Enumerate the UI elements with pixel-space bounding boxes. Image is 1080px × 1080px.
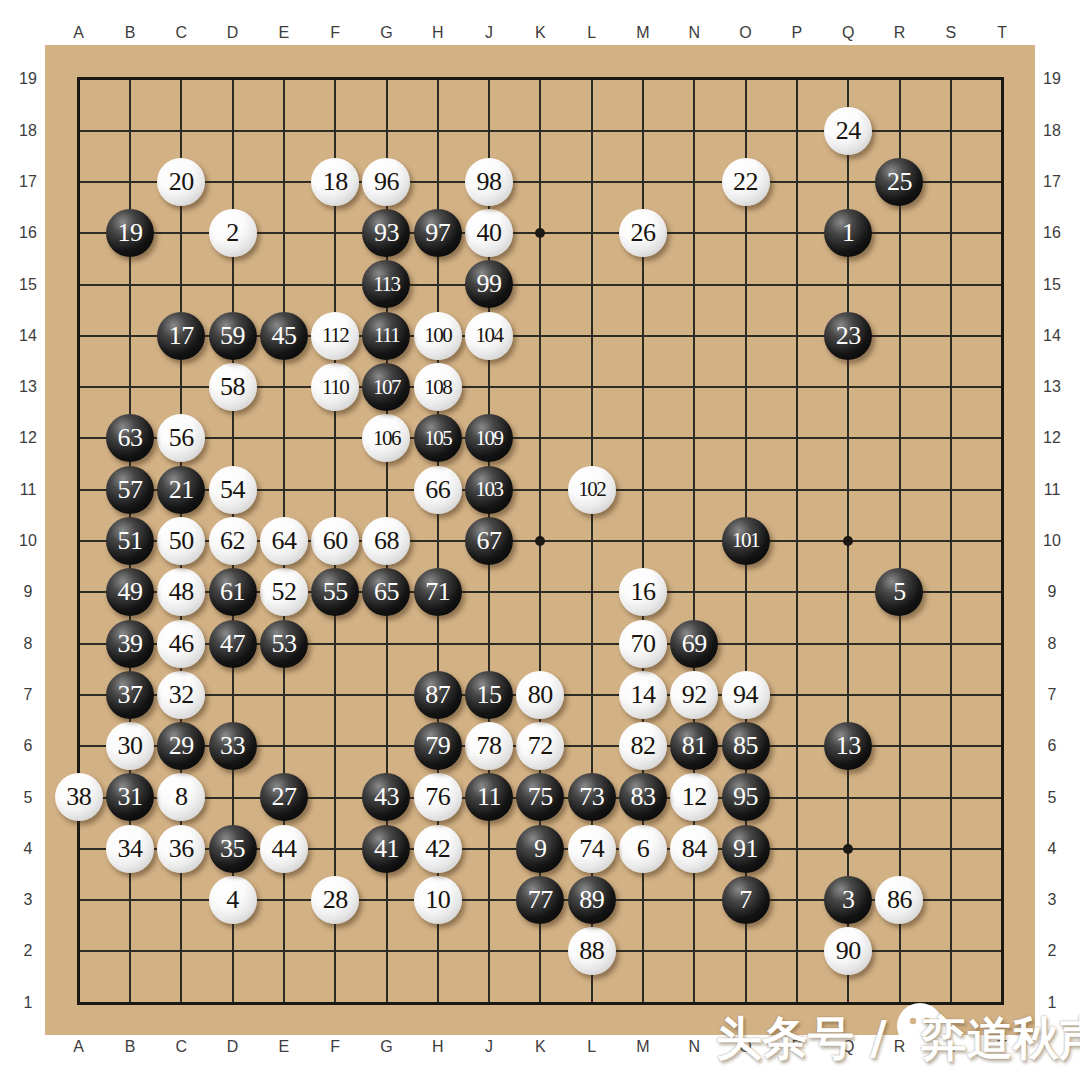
stone-white-50: 50 bbox=[157, 517, 205, 565]
col-label-top: N bbox=[689, 25, 701, 41]
stone-black-73: 73 bbox=[568, 773, 616, 821]
stone-white-80: 80 bbox=[516, 671, 564, 719]
stone-black-93: 93 bbox=[362, 209, 410, 257]
go-diagram-page: 1234567891011121314151617181920212223242… bbox=[0, 0, 1080, 1080]
move-number: 31 bbox=[117, 784, 142, 810]
stone-white-94: 94 bbox=[722, 671, 770, 719]
row-label-right: 2 bbox=[1048, 943, 1057, 959]
move-number: 111 bbox=[374, 325, 399, 346]
move-number: 71 bbox=[425, 579, 450, 605]
stone-white-4: 4 bbox=[209, 876, 257, 924]
row-label-right: 11 bbox=[1044, 482, 1061, 498]
stone-white-96: 96 bbox=[362, 158, 410, 206]
stone-black-5: 5 bbox=[875, 568, 923, 616]
move-number: 98 bbox=[477, 169, 502, 195]
watermark: 头条号 / 弈道秋声 bbox=[716, 1004, 1080, 1074]
move-number: 65 bbox=[374, 579, 399, 605]
col-label-top: Q bbox=[842, 25, 854, 41]
stone-black-91: 91 bbox=[722, 825, 770, 873]
move-number: 50 bbox=[169, 528, 194, 554]
stone-black-37: 37 bbox=[106, 671, 154, 719]
stone-white-48: 48 bbox=[157, 568, 205, 616]
move-number: 108 bbox=[424, 377, 451, 398]
move-number: 93 bbox=[374, 220, 399, 246]
row-label-right: 5 bbox=[1048, 790, 1057, 806]
row-label-right: 3 bbox=[1048, 892, 1057, 908]
row-label-right: 13 bbox=[1043, 379, 1061, 395]
move-number: 5 bbox=[893, 579, 906, 605]
move-number: 84 bbox=[682, 836, 707, 862]
move-number: 61 bbox=[220, 579, 245, 605]
row-label-left: 18 bbox=[19, 123, 37, 139]
stone-white-84: 84 bbox=[670, 825, 718, 873]
move-number: 43 bbox=[374, 784, 399, 810]
move-number: 17 bbox=[169, 323, 194, 349]
watermark-text-left: 头条号 / bbox=[716, 1008, 887, 1070]
stone-black-11: 11 bbox=[465, 773, 513, 821]
move-number: 72 bbox=[528, 733, 553, 759]
move-number: 12 bbox=[682, 784, 707, 810]
move-number: 85 bbox=[733, 733, 758, 759]
move-number: 74 bbox=[579, 836, 604, 862]
move-number: 73 bbox=[579, 784, 604, 810]
stone-white-46: 46 bbox=[157, 620, 205, 668]
col-label-top: P bbox=[792, 25, 803, 41]
move-number: 34 bbox=[117, 836, 142, 862]
stone-black-1: 1 bbox=[824, 209, 872, 257]
move-number: 51 bbox=[117, 528, 142, 554]
row-label-right: 19 bbox=[1043, 71, 1061, 87]
row-label-right: 14 bbox=[1043, 328, 1061, 344]
stone-black-63: 63 bbox=[106, 414, 154, 462]
move-number: 69 bbox=[682, 631, 707, 657]
stone-black-113: 113 bbox=[362, 260, 410, 308]
stone-white-68: 68 bbox=[362, 517, 410, 565]
move-number: 25 bbox=[887, 169, 912, 195]
stone-white-74: 74 bbox=[568, 825, 616, 873]
stone-black-3: 3 bbox=[824, 876, 872, 924]
col-label-top: G bbox=[380, 25, 392, 41]
move-number: 104 bbox=[476, 325, 503, 346]
stone-white-110: 110 bbox=[311, 363, 359, 411]
stone-white-24: 24 bbox=[824, 107, 872, 155]
col-label-top: B bbox=[125, 25, 136, 41]
move-number: 1 bbox=[842, 220, 855, 246]
stone-white-42: 42 bbox=[414, 825, 462, 873]
row-label-right: 17 bbox=[1043, 174, 1061, 190]
col-label-bottom: E bbox=[279, 1039, 290, 1055]
row-label-left: 11 bbox=[20, 482, 37, 498]
stone-white-10: 10 bbox=[414, 876, 462, 924]
move-number: 99 bbox=[477, 271, 502, 297]
stone-white-54: 54 bbox=[209, 466, 257, 514]
stone-black-83: 83 bbox=[619, 773, 667, 821]
move-number: 21 bbox=[169, 477, 194, 503]
stone-white-22: 22 bbox=[722, 158, 770, 206]
move-number: 60 bbox=[323, 528, 348, 554]
col-label-bottom: J bbox=[485, 1039, 493, 1055]
stone-white-20: 20 bbox=[157, 158, 205, 206]
col-label-bottom: F bbox=[330, 1039, 340, 1055]
stone-white-60: 60 bbox=[311, 517, 359, 565]
move-number: 90 bbox=[836, 938, 861, 964]
move-number: 88 bbox=[579, 938, 604, 964]
row-label-left: 2 bbox=[24, 943, 33, 959]
stone-black-41: 41 bbox=[362, 825, 410, 873]
col-label-bottom: M bbox=[636, 1039, 649, 1055]
stone-white-88: 88 bbox=[568, 927, 616, 975]
stone-black-53: 53 bbox=[260, 620, 308, 668]
stone-black-21: 21 bbox=[157, 466, 205, 514]
move-number: 95 bbox=[733, 784, 758, 810]
move-number: 77 bbox=[528, 887, 553, 913]
move-number: 48 bbox=[169, 579, 194, 605]
move-number: 81 bbox=[682, 733, 707, 759]
stone-black-17: 17 bbox=[157, 312, 205, 360]
move-number: 80 bbox=[528, 682, 553, 708]
stone-white-82: 82 bbox=[619, 722, 667, 770]
stone-white-102: 102 bbox=[568, 466, 616, 514]
row-label-left: 14 bbox=[19, 328, 37, 344]
col-label-bottom: B bbox=[125, 1039, 136, 1055]
stone-white-62: 62 bbox=[209, 517, 257, 565]
stone-black-69: 69 bbox=[670, 620, 718, 668]
stone-black-71: 71 bbox=[414, 568, 462, 616]
col-label-top: F bbox=[330, 25, 340, 41]
stone-black-65: 65 bbox=[362, 568, 410, 616]
row-label-left: 4 bbox=[24, 841, 33, 857]
stone-black-27: 27 bbox=[260, 773, 308, 821]
stone-black-57: 57 bbox=[106, 466, 154, 514]
stone-white-8: 8 bbox=[157, 773, 205, 821]
move-number: 102 bbox=[578, 479, 605, 500]
stone-black-19: 19 bbox=[106, 209, 154, 257]
col-label-top: S bbox=[945, 25, 956, 41]
stone-black-61: 61 bbox=[209, 568, 257, 616]
row-label-right: 15 bbox=[1043, 277, 1061, 293]
stone-white-104: 104 bbox=[465, 312, 513, 360]
move-number: 20 bbox=[169, 169, 194, 195]
row-label-left: 8 bbox=[24, 636, 33, 652]
col-label-top: L bbox=[587, 25, 596, 41]
move-number: 94 bbox=[733, 682, 758, 708]
move-number: 42 bbox=[425, 836, 450, 862]
row-label-left: 3 bbox=[24, 892, 33, 908]
stone-white-76: 76 bbox=[414, 773, 462, 821]
row-label-left: 10 bbox=[19, 533, 37, 549]
move-number: 41 bbox=[374, 836, 399, 862]
stone-white-14: 14 bbox=[619, 671, 667, 719]
stone-black-101: 101 bbox=[722, 517, 770, 565]
stone-black-75: 75 bbox=[516, 773, 564, 821]
row-label-right: 9 bbox=[1048, 584, 1057, 600]
move-number: 11 bbox=[477, 784, 501, 810]
move-number: 6 bbox=[637, 836, 650, 862]
move-number: 64 bbox=[271, 528, 296, 554]
stone-white-66: 66 bbox=[414, 466, 462, 514]
move-number: 27 bbox=[271, 784, 296, 810]
row-label-right: 12 bbox=[1043, 430, 1061, 446]
move-number: 55 bbox=[323, 579, 348, 605]
stone-white-70: 70 bbox=[619, 620, 667, 668]
stone-white-108: 108 bbox=[414, 363, 462, 411]
move-number: 36 bbox=[169, 836, 194, 862]
move-number: 44 bbox=[271, 836, 296, 862]
col-label-top: A bbox=[73, 25, 84, 41]
stone-black-15: 15 bbox=[465, 671, 513, 719]
stone-white-100: 100 bbox=[414, 312, 462, 360]
row-label-left: 6 bbox=[24, 738, 33, 754]
move-number: 100 bbox=[424, 325, 451, 346]
stone-black-87: 87 bbox=[414, 671, 462, 719]
col-label-bottom: L bbox=[587, 1039, 596, 1055]
move-number: 107 bbox=[373, 377, 400, 398]
move-number: 22 bbox=[733, 169, 758, 195]
col-label-top: H bbox=[432, 25, 444, 41]
stone-black-67: 67 bbox=[465, 517, 513, 565]
move-number: 57 bbox=[117, 477, 142, 503]
stone-black-109: 109 bbox=[465, 414, 513, 462]
col-label-bottom: H bbox=[432, 1039, 444, 1055]
col-label-top: C bbox=[176, 25, 188, 41]
row-label-left: 15 bbox=[19, 277, 37, 293]
stone-white-32: 32 bbox=[157, 671, 205, 719]
stone-black-13: 13 bbox=[824, 722, 872, 770]
stone-black-35: 35 bbox=[209, 825, 257, 873]
stone-white-26: 26 bbox=[619, 209, 667, 257]
stone-white-18: 18 bbox=[311, 158, 359, 206]
stone-white-90: 90 bbox=[824, 927, 872, 975]
col-label-top: T bbox=[997, 25, 1007, 41]
watermark-text-right: 弈道秋声 bbox=[921, 1008, 1080, 1070]
move-number: 92 bbox=[682, 682, 707, 708]
col-label-top: O bbox=[739, 25, 751, 41]
move-number: 62 bbox=[220, 528, 245, 554]
move-number: 70 bbox=[630, 631, 655, 657]
move-number: 19 bbox=[117, 220, 142, 246]
stone-black-25: 25 bbox=[875, 158, 923, 206]
move-number: 67 bbox=[477, 528, 502, 554]
row-label-left: 1 bbox=[24, 995, 33, 1011]
row-label-right: 16 bbox=[1043, 225, 1061, 241]
stone-black-49: 49 bbox=[106, 568, 154, 616]
move-number: 40 bbox=[477, 220, 502, 246]
stone-white-2: 2 bbox=[209, 209, 257, 257]
stone-black-89: 89 bbox=[568, 876, 616, 924]
move-number: 2 bbox=[226, 220, 239, 246]
stone-black-105: 105 bbox=[414, 414, 462, 462]
stone-black-23: 23 bbox=[824, 312, 872, 360]
row-label-left: 9 bbox=[24, 584, 33, 600]
stone-white-38: 38 bbox=[55, 773, 103, 821]
row-label-right: 8 bbox=[1048, 636, 1057, 652]
move-number: 37 bbox=[117, 682, 142, 708]
row-label-left: 7 bbox=[24, 687, 33, 703]
stone-white-98: 98 bbox=[465, 158, 513, 206]
stone-white-36: 36 bbox=[157, 825, 205, 873]
stone-black-29: 29 bbox=[157, 722, 205, 770]
stone-white-72: 72 bbox=[516, 722, 564, 770]
stone-black-33: 33 bbox=[209, 722, 257, 770]
move-number: 14 bbox=[630, 682, 655, 708]
stone-white-56: 56 bbox=[157, 414, 205, 462]
row-label-left: 12 bbox=[19, 430, 37, 446]
stone-black-31: 31 bbox=[106, 773, 154, 821]
move-number: 47 bbox=[220, 631, 245, 657]
move-number: 63 bbox=[117, 425, 142, 451]
move-number: 39 bbox=[117, 631, 142, 657]
move-number: 46 bbox=[169, 631, 194, 657]
stone-white-52: 52 bbox=[260, 568, 308, 616]
stone-black-103: 103 bbox=[465, 466, 513, 514]
move-number: 109 bbox=[476, 428, 503, 449]
move-number: 16 bbox=[630, 579, 655, 605]
stone-white-12: 12 bbox=[670, 773, 718, 821]
col-label-top: E bbox=[279, 25, 290, 41]
row-label-left: 17 bbox=[19, 174, 37, 190]
stone-black-45: 45 bbox=[260, 312, 308, 360]
stone-black-79: 79 bbox=[414, 722, 462, 770]
move-number: 66 bbox=[425, 477, 450, 503]
stone-black-107: 107 bbox=[362, 363, 410, 411]
stone-black-47: 47 bbox=[209, 620, 257, 668]
stone-black-81: 81 bbox=[670, 722, 718, 770]
stone-black-97: 97 bbox=[414, 209, 462, 257]
row-label-left: 5 bbox=[24, 790, 33, 806]
stone-white-28: 28 bbox=[311, 876, 359, 924]
stone-black-51: 51 bbox=[106, 517, 154, 565]
move-number: 33 bbox=[220, 733, 245, 759]
stone-white-58: 58 bbox=[209, 363, 257, 411]
stone-white-44: 44 bbox=[260, 825, 308, 873]
move-number: 78 bbox=[477, 733, 502, 759]
move-number: 91 bbox=[733, 836, 758, 862]
move-number: 35 bbox=[220, 836, 245, 862]
move-number: 54 bbox=[220, 477, 245, 503]
move-number: 45 bbox=[271, 323, 296, 349]
stone-white-40: 40 bbox=[465, 209, 513, 257]
stone-white-106: 106 bbox=[362, 414, 410, 462]
col-label-top: M bbox=[636, 25, 649, 41]
move-number: 76 bbox=[425, 784, 450, 810]
row-label-right: 10 bbox=[1043, 533, 1061, 549]
move-number: 58 bbox=[220, 374, 245, 400]
move-number: 49 bbox=[117, 579, 142, 605]
stone-black-111: 111 bbox=[362, 312, 410, 360]
stone-black-99: 99 bbox=[465, 260, 513, 308]
move-number: 89 bbox=[579, 887, 604, 913]
move-number: 15 bbox=[477, 682, 502, 708]
col-label-top: D bbox=[227, 25, 239, 41]
move-number: 53 bbox=[271, 631, 296, 657]
stone-white-92: 92 bbox=[670, 671, 718, 719]
move-number: 83 bbox=[630, 784, 655, 810]
move-number: 13 bbox=[836, 733, 861, 759]
move-number: 9 bbox=[534, 836, 547, 862]
move-number: 101 bbox=[732, 530, 759, 551]
move-number: 97 bbox=[425, 220, 450, 246]
move-number: 32 bbox=[169, 682, 194, 708]
stone-white-34: 34 bbox=[106, 825, 154, 873]
move-number: 113 bbox=[373, 274, 399, 295]
row-label-left: 13 bbox=[19, 379, 37, 395]
col-label-top: R bbox=[894, 25, 906, 41]
stone-white-112: 112 bbox=[311, 312, 359, 360]
stone-white-64: 64 bbox=[260, 517, 308, 565]
move-number: 56 bbox=[169, 425, 194, 451]
move-number: 103 bbox=[476, 479, 503, 500]
move-number: 52 bbox=[271, 579, 296, 605]
stone-white-30: 30 bbox=[106, 722, 154, 770]
col-label-bottom: K bbox=[535, 1039, 546, 1055]
stone-black-39: 39 bbox=[106, 620, 154, 668]
col-label-bottom: G bbox=[380, 1039, 392, 1055]
row-label-left: 19 bbox=[19, 71, 37, 87]
row-label-left: 16 bbox=[19, 225, 37, 241]
stones-grid: 1234567891011121314151617181920212223242… bbox=[53, 54, 1028, 1029]
move-number: 28 bbox=[323, 887, 348, 913]
move-number: 38 bbox=[66, 784, 91, 810]
move-number: 75 bbox=[528, 784, 553, 810]
move-number: 8 bbox=[175, 784, 188, 810]
move-number: 30 bbox=[117, 733, 142, 759]
stone-black-7: 7 bbox=[722, 876, 770, 924]
stone-black-59: 59 bbox=[209, 312, 257, 360]
move-number: 7 bbox=[739, 887, 752, 913]
stone-white-78: 78 bbox=[465, 722, 513, 770]
move-number: 23 bbox=[836, 323, 861, 349]
move-number: 105 bbox=[424, 428, 451, 449]
move-number: 68 bbox=[374, 528, 399, 554]
move-number: 82 bbox=[630, 733, 655, 759]
stone-black-43: 43 bbox=[362, 773, 410, 821]
stone-black-9: 9 bbox=[516, 825, 564, 873]
move-number: 26 bbox=[630, 220, 655, 246]
move-number: 86 bbox=[887, 887, 912, 913]
row-label-right: 18 bbox=[1043, 123, 1061, 139]
row-label-right: 4 bbox=[1048, 841, 1057, 857]
stone-black-85: 85 bbox=[722, 722, 770, 770]
row-label-right: 7 bbox=[1048, 687, 1057, 703]
col-label-bottom: D bbox=[227, 1039, 239, 1055]
stone-black-95: 95 bbox=[722, 773, 770, 821]
move-number: 24 bbox=[836, 118, 861, 144]
stone-white-16: 16 bbox=[619, 568, 667, 616]
move-number: 106 bbox=[373, 428, 400, 449]
move-number: 29 bbox=[169, 733, 194, 759]
move-number: 96 bbox=[374, 169, 399, 195]
move-number: 59 bbox=[220, 323, 245, 349]
col-label-top: K bbox=[535, 25, 546, 41]
stone-white-86: 86 bbox=[875, 876, 923, 924]
move-number: 4 bbox=[226, 887, 239, 913]
move-number: 79 bbox=[425, 733, 450, 759]
col-label-bottom: A bbox=[73, 1039, 84, 1055]
move-number: 87 bbox=[425, 682, 450, 708]
row-label-right: 6 bbox=[1048, 738, 1057, 754]
stone-white-6: 6 bbox=[619, 825, 667, 873]
move-number: 110 bbox=[322, 377, 348, 398]
move-number: 3 bbox=[842, 887, 855, 913]
col-label-bottom: C bbox=[176, 1039, 188, 1055]
move-number: 10 bbox=[425, 887, 450, 913]
move-number: 18 bbox=[323, 169, 348, 195]
col-label-bottom: N bbox=[689, 1039, 701, 1055]
col-label-top: J bbox=[485, 25, 493, 41]
stone-black-77: 77 bbox=[516, 876, 564, 924]
move-number: 112 bbox=[322, 325, 348, 346]
stone-black-55: 55 bbox=[311, 568, 359, 616]
